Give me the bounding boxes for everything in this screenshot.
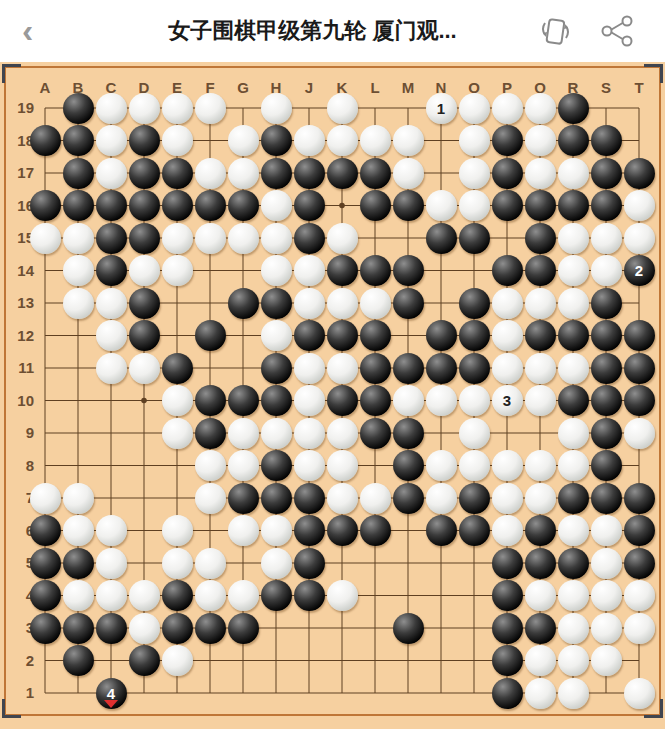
stone-P7 (492, 483, 523, 514)
stone-P5 (492, 548, 523, 579)
stone-P13 (492, 288, 523, 319)
stone-N10 (426, 385, 457, 416)
stone-M10 (393, 385, 424, 416)
stone-B5 (63, 548, 94, 579)
stone-C19 (96, 93, 127, 124)
stone-C13 (96, 288, 127, 319)
stone-H7 (261, 483, 292, 514)
stone-P17 (492, 158, 523, 189)
star-point (339, 203, 345, 209)
stone-P2 (492, 645, 523, 676)
stone-F12 (195, 320, 226, 351)
stone-M8 (393, 450, 424, 481)
stone-T4 (624, 580, 655, 611)
stone-D3 (129, 613, 160, 644)
stone-E3 (162, 613, 193, 644)
stone-E2 (162, 645, 193, 676)
stone-C18 (96, 125, 127, 156)
stone-J9 (294, 418, 325, 449)
stone-O11 (459, 353, 490, 384)
stone-H17 (261, 158, 292, 189)
stone-A7 (30, 483, 61, 514)
stone-Q18 (525, 125, 556, 156)
stone-T3 (624, 613, 655, 644)
stone-B15 (63, 223, 94, 254)
stone-R5 (558, 548, 589, 579)
stone-K7 (327, 483, 358, 514)
stone-G4 (228, 580, 259, 611)
stone-A3 (30, 613, 61, 644)
stone-G17 (228, 158, 259, 189)
stone-D19 (129, 93, 160, 124)
stone-R4 (558, 580, 589, 611)
stone-Q8 (525, 450, 556, 481)
stone-L12 (360, 320, 391, 351)
stone-L11 (360, 353, 391, 384)
stone-R18 (558, 125, 589, 156)
stone-T10 (624, 385, 655, 416)
stone-H8 (261, 450, 292, 481)
stone-E14 (162, 255, 193, 286)
stone-H16 (261, 190, 292, 221)
stone-Q2 (525, 645, 556, 676)
stone-S13 (591, 288, 622, 319)
stone-G3 (228, 613, 259, 644)
stone-T14: 2 (624, 255, 655, 286)
stone-O6 (459, 515, 490, 546)
stone-T16 (624, 190, 655, 221)
stone-S12 (591, 320, 622, 351)
stone-S6 (591, 515, 622, 546)
stone-E16 (162, 190, 193, 221)
stone-E4 (162, 580, 193, 611)
stone-C5 (96, 548, 127, 579)
stone-D15 (129, 223, 160, 254)
column-label: A (32, 79, 58, 96)
stone-E17 (162, 158, 193, 189)
stone-L10 (360, 385, 391, 416)
stone-B14 (63, 255, 94, 286)
stone-D17 (129, 158, 160, 189)
stone-T7 (624, 483, 655, 514)
stone-B3 (63, 613, 94, 644)
stone-H15 (261, 223, 292, 254)
stone-R2 (558, 645, 589, 676)
stone-Q7 (525, 483, 556, 514)
stone-A4 (30, 580, 61, 611)
stone-S8 (591, 450, 622, 481)
stone-J13 (294, 288, 325, 319)
column-label: S (593, 79, 619, 96)
row-label: 14 (4, 262, 34, 280)
stone-P8 (492, 450, 523, 481)
stone-H11 (261, 353, 292, 384)
stone-Q13 (525, 288, 556, 319)
stone-O17 (459, 158, 490, 189)
stone-S11 (591, 353, 622, 384)
stone-A16 (30, 190, 61, 221)
stone-Q15 (525, 223, 556, 254)
stone-G16 (228, 190, 259, 221)
stone-D16 (129, 190, 160, 221)
stone-P16 (492, 190, 523, 221)
stone-G13 (228, 288, 259, 319)
stone-F8 (195, 450, 226, 481)
stone-L18 (360, 125, 391, 156)
stone-G10 (228, 385, 259, 416)
stone-Q11 (525, 353, 556, 384)
stone-K18 (327, 125, 358, 156)
stone-B7 (63, 483, 94, 514)
stone-S3 (591, 613, 622, 644)
stone-P18 (492, 125, 523, 156)
stone-J6 (294, 515, 325, 546)
row-label: 9 (4, 424, 34, 442)
stone-L16 (360, 190, 391, 221)
stone-C4 (96, 580, 127, 611)
stone-N12 (426, 320, 457, 351)
stone-B16 (63, 190, 94, 221)
stone-T9 (624, 418, 655, 449)
stone-D2 (129, 645, 160, 676)
stone-P10: 3 (492, 385, 523, 416)
row-label: 12 (4, 327, 34, 345)
stone-C11 (96, 353, 127, 384)
stone-D18 (129, 125, 160, 156)
move-number-label: 2 (624, 255, 655, 286)
stone-Q12 (525, 320, 556, 351)
stone-S4 (591, 580, 622, 611)
stone-S16 (591, 190, 622, 221)
stone-S17 (591, 158, 622, 189)
stone-J10 (294, 385, 325, 416)
stone-B4 (63, 580, 94, 611)
stone-N15 (426, 223, 457, 254)
column-label: J (296, 79, 322, 96)
row-label: 2 (4, 652, 34, 670)
stone-O7 (459, 483, 490, 514)
last-move-triangle-marker (104, 700, 118, 708)
stone-Q14 (525, 255, 556, 286)
stone-O13 (459, 288, 490, 319)
stone-R9 (558, 418, 589, 449)
stone-P19 (492, 93, 523, 124)
stone-D14 (129, 255, 160, 286)
stone-E5 (162, 548, 193, 579)
stone-E11 (162, 353, 193, 384)
stone-G6 (228, 515, 259, 546)
stone-G18 (228, 125, 259, 156)
stone-T15 (624, 223, 655, 254)
stone-N8 (426, 450, 457, 481)
rotate-phone-icon[interactable] (537, 13, 573, 49)
stone-C16 (96, 190, 127, 221)
stone-K6 (327, 515, 358, 546)
stone-D4 (129, 580, 160, 611)
stone-P1 (492, 678, 523, 709)
stone-N7 (426, 483, 457, 514)
stone-Q10 (525, 385, 556, 416)
column-label: T (626, 79, 652, 96)
stone-J16 (294, 190, 325, 221)
stone-R1 (558, 678, 589, 709)
stone-C1: 4 (96, 678, 127, 709)
stone-P11 (492, 353, 523, 384)
stone-P3 (492, 613, 523, 644)
stone-N19: 1 (426, 93, 457, 124)
stone-E15 (162, 223, 193, 254)
stone-J12 (294, 320, 325, 351)
stone-O10 (459, 385, 490, 416)
stone-K10 (327, 385, 358, 416)
stone-S5 (591, 548, 622, 579)
stone-B13 (63, 288, 94, 319)
stone-K12 (327, 320, 358, 351)
stone-L13 (360, 288, 391, 319)
stone-A18 (30, 125, 61, 156)
stone-H6 (261, 515, 292, 546)
stone-H4 (261, 580, 292, 611)
stone-O8 (459, 450, 490, 481)
stone-B17 (63, 158, 94, 189)
stone-F10 (195, 385, 226, 416)
stone-K4 (327, 580, 358, 611)
stone-Q17 (525, 158, 556, 189)
stone-G9 (228, 418, 259, 449)
stone-F5 (195, 548, 226, 579)
column-label: L (362, 79, 388, 96)
stone-F17 (195, 158, 226, 189)
row-label: 11 (4, 359, 34, 377)
stone-P6 (492, 515, 523, 546)
stone-K19 (327, 93, 358, 124)
stone-L17 (360, 158, 391, 189)
stone-G8 (228, 450, 259, 481)
stone-R13 (558, 288, 589, 319)
stone-J15 (294, 223, 325, 254)
stone-R17 (558, 158, 589, 189)
stone-P14 (492, 255, 523, 286)
stone-Q5 (525, 548, 556, 579)
stone-K9 (327, 418, 358, 449)
row-label: 13 (4, 294, 34, 312)
stone-N6 (426, 515, 457, 546)
stone-O16 (459, 190, 490, 221)
stone-S9 (591, 418, 622, 449)
stone-J5 (294, 548, 325, 579)
stone-F9 (195, 418, 226, 449)
stone-M13 (393, 288, 424, 319)
stone-H13 (261, 288, 292, 319)
row-label: 1 (4, 684, 34, 702)
stone-M3 (393, 613, 424, 644)
stone-K17 (327, 158, 358, 189)
stone-D11 (129, 353, 160, 384)
stone-S2 (591, 645, 622, 676)
stone-T11 (624, 353, 655, 384)
stone-J11 (294, 353, 325, 384)
stone-H5 (261, 548, 292, 579)
stone-Q6 (525, 515, 556, 546)
stone-T12 (624, 320, 655, 351)
row-label: 19 (4, 99, 34, 117)
stone-Q1 (525, 678, 556, 709)
share-icon[interactable] (599, 13, 635, 49)
stone-K14 (327, 255, 358, 286)
stone-E18 (162, 125, 193, 156)
stone-Q19 (525, 93, 556, 124)
stone-R12 (558, 320, 589, 351)
stone-M7 (393, 483, 424, 514)
stone-M9 (393, 418, 424, 449)
stone-M11 (393, 353, 424, 384)
stone-R10 (558, 385, 589, 416)
back-button[interactable]: ‹ (22, 14, 56, 48)
go-board[interactable]: ABCDEFGHJKLMNOPQRST191817161514131211109… (0, 62, 665, 729)
stone-A6 (30, 515, 61, 546)
stone-F19 (195, 93, 226, 124)
stone-G7 (228, 483, 259, 514)
stone-N11 (426, 353, 457, 384)
stone-O12 (459, 320, 490, 351)
stone-H14 (261, 255, 292, 286)
stone-Q16 (525, 190, 556, 221)
stone-R14 (558, 255, 589, 286)
stone-R3 (558, 613, 589, 644)
stone-C6 (96, 515, 127, 546)
stone-F7 (195, 483, 226, 514)
move-number-label: 3 (492, 385, 523, 416)
stone-O18 (459, 125, 490, 156)
stone-K11 (327, 353, 358, 384)
stone-M17 (393, 158, 424, 189)
stone-M14 (393, 255, 424, 286)
stone-C17 (96, 158, 127, 189)
stone-S10 (591, 385, 622, 416)
stone-M16 (393, 190, 424, 221)
stone-F3 (195, 613, 226, 644)
stone-A15 (30, 223, 61, 254)
stone-H18 (261, 125, 292, 156)
stone-H19 (261, 93, 292, 124)
stone-G15 (228, 223, 259, 254)
stone-C3 (96, 613, 127, 644)
stone-E19 (162, 93, 193, 124)
stone-Q3 (525, 613, 556, 644)
stone-Q4 (525, 580, 556, 611)
stone-C12 (96, 320, 127, 351)
stone-J7 (294, 483, 325, 514)
stone-R16 (558, 190, 589, 221)
stone-J14 (294, 255, 325, 286)
stone-K15 (327, 223, 358, 254)
stone-O19 (459, 93, 490, 124)
stone-E10 (162, 385, 193, 416)
stone-J18 (294, 125, 325, 156)
stone-E6 (162, 515, 193, 546)
stone-C14 (96, 255, 127, 286)
stone-O9 (459, 418, 490, 449)
stone-S18 (591, 125, 622, 156)
stone-L14 (360, 255, 391, 286)
stone-R15 (558, 223, 589, 254)
stone-B19 (63, 93, 94, 124)
row-label: 10 (4, 392, 34, 410)
stone-F4 (195, 580, 226, 611)
stone-B6 (63, 515, 94, 546)
stone-R19 (558, 93, 589, 124)
stone-T1 (624, 678, 655, 709)
stone-F16 (195, 190, 226, 221)
stone-L6 (360, 515, 391, 546)
stone-P4 (492, 580, 523, 611)
column-label: G (230, 79, 256, 96)
stone-H10 (261, 385, 292, 416)
stone-L7 (360, 483, 391, 514)
stone-E9 (162, 418, 193, 449)
stone-D13 (129, 288, 160, 319)
stone-R6 (558, 515, 589, 546)
stone-M18 (393, 125, 424, 156)
stone-R8 (558, 450, 589, 481)
stone-N16 (426, 190, 457, 221)
row-label: 8 (4, 457, 34, 475)
stone-K8 (327, 450, 358, 481)
stone-F15 (195, 223, 226, 254)
stone-J4 (294, 580, 325, 611)
stone-A5 (30, 548, 61, 579)
move-number-label: 1 (426, 93, 457, 124)
column-label: M (395, 79, 421, 96)
stone-P12 (492, 320, 523, 351)
page-title: 女子围棋甲级第九轮 厦门观... (90, 0, 535, 62)
app-header: ‹ 女子围棋甲级第九轮 厦门观... (0, 0, 665, 63)
stone-T17 (624, 158, 655, 189)
stone-J8 (294, 450, 325, 481)
stone-L9 (360, 418, 391, 449)
stone-J17 (294, 158, 325, 189)
stone-B2 (63, 645, 94, 676)
stone-S15 (591, 223, 622, 254)
stone-R7 (558, 483, 589, 514)
stone-K13 (327, 288, 358, 319)
stone-T6 (624, 515, 655, 546)
row-label: 17 (4, 164, 34, 182)
stone-T5 (624, 548, 655, 579)
stone-H9 (261, 418, 292, 449)
stone-O15 (459, 223, 490, 254)
stone-R11 (558, 353, 589, 384)
stone-S7 (591, 483, 622, 514)
stone-C15 (96, 223, 127, 254)
stone-B18 (63, 125, 94, 156)
stone-D12 (129, 320, 160, 351)
star-point (141, 398, 147, 404)
stone-S14 (591, 255, 622, 286)
stone-H12 (261, 320, 292, 351)
